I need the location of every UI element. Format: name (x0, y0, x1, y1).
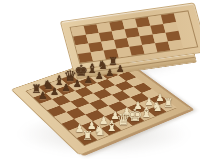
chess-pieces-layer: ♜♞♝♛♚♝♞♜♟♟♟♟♟♟♟♟♟♟♟♟♟♟♟♟♜♞♝♛♚♝♞♜ (0, 0, 200, 162)
chess-piece-black-pawn: ♟ (106, 68, 115, 78)
chess-piece-black-pawn: ♟ (73, 79, 82, 89)
product-photo-scene: ♜♞♝♛♚♝♞♜♟♟♟♟♟♟♟♟♟♟♟♟♟♟♟♟♜♞♝♛♚♝♞♜ (0, 0, 200, 162)
chess-piece-white-rook: ♜ (163, 98, 173, 110)
chess-piece-white-rook: ♜ (82, 130, 93, 143)
chess-piece-white-knight: ♞ (152, 101, 164, 114)
chess-piece-black-pawn: ♟ (84, 75, 93, 85)
chess-piece-black-pawn: ♟ (50, 87, 59, 97)
chess-piece-black-pawn: ♟ (95, 71, 104, 81)
chess-piece-black-pawn: ♟ (116, 64, 124, 73)
chess-piece-black-pawn: ♟ (39, 91, 48, 101)
chess-piece-black-pawn: ♟ (62, 83, 71, 93)
chess-piece-white-knight: ♞ (94, 124, 106, 138)
